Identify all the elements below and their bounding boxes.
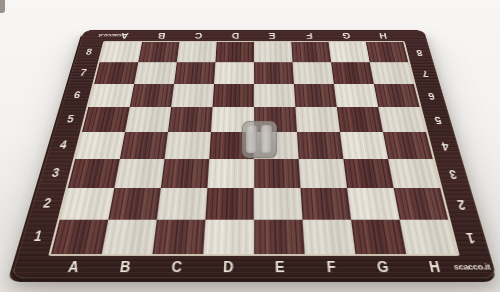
square-a3[interactable] [68,159,120,188]
rank-label-left-6: 6 [73,91,82,101]
square-d8[interactable] [215,42,254,62]
square-d7[interactable] [214,62,254,84]
square-d6[interactable] [213,84,254,107]
square-b1[interactable] [102,220,157,254]
file-label-top-h: H [378,31,387,39]
rank-label-right-7: 7 [421,69,429,78]
square-c2[interactable] [157,188,208,220]
square-f2[interactable] [301,188,352,220]
square-d3[interactable] [207,159,254,188]
square-f1[interactable] [303,220,356,254]
rank-label-right-2: 2 [455,197,466,210]
square-b7[interactable] [134,62,177,84]
file-label-top-b: B [157,31,166,39]
file-label-bottom-g: G [376,259,390,275]
rank-label-left-8: 8 [85,48,93,56]
file-label-bottom-e: E [275,259,285,275]
square-f4[interactable] [297,132,343,159]
file-label-bottom-h: H [428,259,442,275]
square-h2[interactable] [394,188,449,220]
square-a5[interactable] [82,107,130,132]
square-g6[interactable] [334,84,378,107]
square-f7[interactable] [293,62,334,84]
square-g4[interactable] [340,132,388,159]
square-h7[interactable] [370,62,414,84]
file-label-top-f: F [306,31,313,39]
square-b6[interactable] [130,84,174,107]
square-c5[interactable] [168,107,213,132]
square-e7[interactable] [254,62,294,84]
square-e6[interactable] [254,84,295,107]
center-hinge-clip [242,121,277,158]
file-label-top-g: G [342,31,351,39]
square-f3[interactable] [299,159,347,188]
file-label-bottom-f: F [326,259,336,275]
square-b5[interactable] [125,107,171,132]
square-c7[interactable] [174,62,215,84]
hinge-bar-icon [261,125,272,153]
square-a1[interactable] [51,220,108,254]
square-g5[interactable] [337,107,383,132]
file-label-top-a: A [120,31,129,39]
square-e8[interactable] [254,42,293,62]
rank-label-left-3: 3 [51,167,61,179]
square-a7[interactable] [94,62,138,84]
file-label-top-c: C [195,31,203,39]
file-label-bottom-d: D [223,259,234,275]
file-label-bottom-c: C [171,259,183,275]
square-h1[interactable] [400,220,457,254]
rank-label-right-1: 1 [464,229,475,243]
file-labels-bottom: scacco.it ABCDEFGH [45,256,463,278]
square-g3[interactable] [343,159,393,188]
square-c4[interactable] [165,132,211,159]
square-a8[interactable] [100,42,142,62]
rank-label-right-4: 4 [440,140,450,151]
square-e3[interactable] [254,159,301,188]
file-labels-top: scacco.it ABCDEFGH [105,30,403,42]
square-f8[interactable] [291,42,331,62]
rank-label-right-6: 6 [427,91,436,101]
hinge-bar-icon [246,125,257,153]
square-c6[interactable] [171,84,214,107]
square-a2[interactable] [60,188,115,220]
square-h5[interactable] [378,107,426,132]
file-label-top-e: E [269,31,276,39]
square-a6[interactable] [88,84,134,107]
rank-label-left-7: 7 [79,69,87,78]
square-g2[interactable] [347,188,400,220]
square-c1[interactable] [153,220,206,254]
square-b3[interactable] [114,159,164,188]
board-photo: scacco.it ABCDEFGH 87654321 87654321 sca… [0,0,500,292]
square-b8[interactable] [138,42,179,62]
square-h4[interactable] [383,132,433,159]
rank-label-left-5: 5 [66,114,75,124]
file-label-bottom-b: B [119,259,132,275]
square-b4[interactable] [120,132,168,159]
square-f5[interactable] [295,107,340,132]
rank-label-left-4: 4 [59,140,69,151]
rank-label-right-8: 8 [415,48,423,56]
rank-label-right-5: 5 [433,114,442,124]
square-g7[interactable] [331,62,374,84]
square-c3[interactable] [161,159,209,188]
square-g1[interactable] [351,220,406,254]
square-a4[interactable] [75,132,125,159]
square-d1[interactable] [203,220,254,254]
file-label-top-d: D [232,31,240,39]
rank-label-left-2: 2 [42,197,53,210]
square-c8[interactable] [177,42,217,62]
rank-label-right-3: 3 [447,167,457,179]
square-h6[interactable] [374,84,420,107]
square-f6[interactable] [294,84,337,107]
square-h8[interactable] [366,42,408,62]
square-e2[interactable] [254,188,303,220]
square-e1[interactable] [254,220,305,254]
brand-label-bottom: scacco.it [453,263,492,271]
square-d2[interactable] [205,188,254,220]
file-label-bottom-a: A [66,259,80,275]
square-b2[interactable] [108,188,161,220]
rank-label-left-1: 1 [32,229,43,243]
photo-edge-artifact [0,0,5,13]
square-h3[interactable] [388,159,440,188]
square-g8[interactable] [329,42,370,62]
